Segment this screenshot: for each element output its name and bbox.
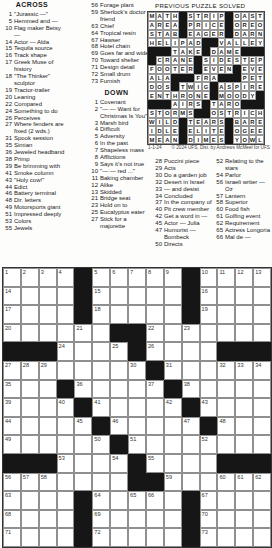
clue-text: Greek Muse of history — [14, 59, 68, 73]
cell-number: 7 — [130, 269, 133, 276]
cell-r10c9[interactable] — [146, 435, 164, 454]
solution-letter: C — [250, 110, 254, 116]
clue-text: Design detail — [100, 64, 151, 71]
cell-r10c2[interactable] — [21, 435, 39, 454]
cell-r7c9[interactable]: 37 — [146, 380, 164, 399]
solved-cell-r7c10: E — [218, 65, 226, 74]
cell-r8c2[interactable] — [21, 398, 39, 417]
cell-r7c14[interactable] — [235, 380, 253, 399]
cell-r15c15[interactable] — [253, 528, 271, 547]
solved-cell-r7c2: O — [156, 65, 164, 74]
cell-r14c15[interactable] — [253, 510, 271, 529]
solution-letter: M — [227, 49, 232, 55]
cell-r15c2[interactable] — [21, 528, 39, 547]
cell-r13c14[interactable] — [235, 491, 253, 510]
solved-cell-r5c2-black — [156, 47, 164, 56]
solved-cell-r11c8-black — [202, 100, 210, 109]
cell-r4c4[interactable] — [57, 324, 75, 343]
solution-letter: E — [250, 75, 254, 81]
cell-r2c14[interactable] — [235, 287, 253, 306]
clue-text: Small drum — [100, 71, 151, 78]
cell-r9c8[interactable] — [128, 417, 146, 436]
clue-text: Acts — [164, 165, 212, 172]
solved-cell-r6c1-black — [148, 56, 156, 65]
cell-r6c4[interactable] — [57, 361, 75, 380]
clue-across-16: 16Track shape — [2, 52, 68, 59]
cell-r7c3[interactable] — [39, 380, 57, 399]
cell-r14c8[interactable] — [128, 510, 146, 529]
across-clue-list-1: 1"Jurassic —"5Hemmed and —10Flag maker B… — [2, 11, 68, 232]
solution-letter: H — [150, 40, 154, 46]
cell-r15c1[interactable]: 71 — [3, 528, 21, 547]
cell-number: 52 — [202, 436, 208, 443]
cell-r2c12[interactable]: 16 — [200, 287, 218, 306]
cell-r2c6[interactable]: 15 — [92, 287, 110, 306]
cell-r3c2[interactable] — [21, 305, 39, 324]
cell-r8c7[interactable] — [110, 398, 128, 417]
cell-r6c14[interactable]: 33 — [235, 361, 253, 380]
solved-cell-r4c3: L — [163, 38, 171, 47]
cell-r14c10[interactable] — [164, 510, 182, 529]
cell-r7c4-black — [57, 380, 75, 399]
solution-letter: S — [189, 110, 193, 116]
solved-cell-r4c9-black — [210, 38, 218, 47]
cell-r8c12[interactable]: 43 — [200, 398, 218, 417]
clue-number: 14 — [2, 39, 14, 46]
cell-r9c3[interactable] — [39, 417, 57, 436]
cell-r12c5[interactable] — [74, 473, 92, 492]
cell-r9c9[interactable] — [146, 417, 164, 436]
cell-r11c12[interactable] — [200, 454, 218, 473]
cell-r6c13[interactable]: 32 — [217, 361, 235, 380]
cell-r9c14[interactable] — [235, 417, 253, 436]
cell-r3c9[interactable] — [146, 305, 164, 324]
cell-r11c4[interactable]: 53 — [57, 454, 75, 473]
cell-r10c14[interactable] — [235, 435, 253, 454]
clue-down-28: 28Puccini piece — [152, 158, 212, 165]
cell-r4c6[interactable] — [92, 324, 110, 343]
cell-r9c10[interactable] — [164, 417, 182, 436]
cell-r1c6[interactable]: 5 — [92, 268, 110, 287]
cell-r10c11[interactable] — [182, 435, 200, 454]
cell-r2c7[interactable] — [110, 287, 128, 306]
cell-r10c12[interactable]: 52 — [200, 435, 218, 454]
cell-r10c5[interactable] — [74, 435, 92, 454]
cell-r4c15[interactable] — [253, 324, 271, 343]
cell-r12c7[interactable] — [110, 473, 128, 492]
cell-r8c10[interactable]: 42 — [164, 398, 182, 417]
cell-r10c1[interactable]: 49 — [3, 435, 21, 454]
cell-r10c10[interactable] — [164, 435, 182, 454]
solution-letter: P — [220, 13, 224, 19]
cell-r15c12[interactable]: 73 — [200, 528, 218, 547]
solution-letter: A — [165, 137, 169, 143]
cell-r12c2[interactable]: 57 — [21, 473, 39, 492]
cell-r2c11-black — [182, 287, 200, 306]
cell-r7c13[interactable] — [217, 380, 235, 399]
cell-r1c5-black — [74, 268, 92, 287]
clue-number: 8 — [88, 154, 100, 161]
cell-r6c12[interactable] — [200, 361, 218, 380]
cell-r2c3[interactable] — [39, 287, 57, 306]
cell-r6c8[interactable]: 30 — [128, 361, 146, 380]
cell-r2c10[interactable] — [164, 287, 182, 306]
solved-cell-r12c13: I — [241, 109, 249, 118]
solved-cell-r3c11-black — [225, 30, 233, 39]
solution-letter: A — [196, 31, 200, 37]
cell-r14c13[interactable] — [217, 510, 235, 529]
cell-r3c15[interactable] — [253, 305, 271, 324]
clue-across-55: 55Jewels — [2, 225, 68, 232]
cell-r10c6[interactable]: 50 — [92, 435, 110, 454]
solution-letter: R — [188, 101, 192, 107]
cell-r11c10[interactable] — [164, 454, 182, 473]
solution-letter: A — [219, 84, 223, 90]
solved-cell-r6c4: A — [171, 56, 179, 65]
cell-r14c6[interactable]: 69 — [92, 510, 110, 529]
cell-r12c15[interactable]: 62 — [253, 473, 271, 492]
previous-puzzle-date: 1-1-24 — [148, 145, 162, 150]
solution-letter: R — [173, 110, 177, 116]
solved-cell-r5c8-black — [202, 47, 210, 56]
clue-text: Bridge seat — [100, 195, 151, 202]
clue-number: 53 — [2, 218, 14, 225]
cell-r12c1[interactable]: 56 — [3, 473, 21, 492]
cell-r2c8[interactable] — [128, 287, 146, 306]
solved-cell-r6c8: S — [202, 56, 210, 65]
cell-r3c3[interactable] — [39, 305, 57, 324]
cell-r8c15[interactable] — [253, 398, 271, 417]
cell-r1c4[interactable]: 4 — [57, 268, 75, 287]
solved-cell-r2c8: I — [202, 21, 210, 30]
cell-r7c1[interactable]: 35 — [3, 380, 21, 399]
cell-r13c12[interactable]: 67 — [200, 491, 218, 510]
cell-r14c2[interactable] — [21, 510, 39, 529]
solution-letter: E — [243, 66, 247, 72]
solved-cell-r9c2: O — [156, 82, 164, 91]
cell-r8c14[interactable] — [235, 398, 253, 417]
solved-cell-r10c14: Y — [249, 91, 257, 100]
cell-r8c1[interactable]: 39 — [3, 398, 21, 417]
cell-r6c7[interactable] — [110, 361, 128, 380]
cell-r13c13[interactable] — [217, 491, 235, 510]
cell-r3c1[interactable]: 17 — [3, 305, 21, 324]
cell-r6c6[interactable] — [92, 361, 110, 380]
cell-r15c3[interactable] — [39, 528, 57, 547]
cell-r1c8[interactable]: 7 — [128, 268, 146, 287]
cell-r15c13[interactable] — [217, 528, 235, 547]
cell-r8c4[interactable]: 40 — [57, 398, 75, 417]
cell-r2c9[interactable] — [146, 287, 164, 306]
solution-letter: V — [250, 66, 254, 72]
cell-r3c7[interactable] — [110, 305, 128, 324]
cell-r3c6[interactable]: 18 — [92, 305, 110, 324]
cell-r11c11[interactable] — [182, 454, 200, 473]
cell-r8c3[interactable] — [39, 398, 57, 417]
cell-r6c10[interactable]: 31 — [164, 361, 182, 380]
cell-r1c2[interactable]: 2 — [21, 268, 39, 287]
cell-r14c1[interactable]: 68 — [3, 510, 21, 529]
cell-r13c1[interactable]: 63 — [3, 491, 21, 510]
cell-r7c15[interactable] — [253, 380, 271, 399]
clue-across-64: 64Tropical resin — [88, 30, 151, 37]
solved-cell-r9c9-black — [210, 82, 218, 91]
solution-letter: E — [258, 119, 262, 125]
cell-r12c12[interactable] — [200, 473, 218, 492]
cell-r4c14[interactable] — [235, 324, 253, 343]
solution-letter: G — [204, 84, 209, 90]
solution-letter: L — [235, 40, 239, 46]
clue-text: Mal de — — [225, 234, 271, 241]
cell-r3c13[interactable] — [217, 305, 235, 324]
cell-r5c9[interactable]: 26 — [146, 342, 164, 361]
solved-cell-r11c13-black — [241, 100, 249, 109]
cell-r14c7[interactable] — [110, 510, 128, 529]
cell-number: 45 — [76, 418, 82, 425]
solved-cell-r14c3: L — [163, 126, 171, 135]
solved-cell-r5c10: A — [218, 47, 226, 56]
cell-r5c10[interactable] — [164, 342, 182, 361]
cell-r5c12[interactable] — [200, 342, 218, 361]
cell-r2c13[interactable] — [217, 287, 235, 306]
cell-r13c4[interactable] — [57, 491, 75, 510]
solution-letter: V — [220, 40, 224, 46]
clue-text: "— — Want for Christmas Is You" — [100, 106, 151, 120]
solved-cell-r8c2: L — [156, 74, 164, 83]
clue-number: 46 — [2, 190, 14, 197]
clue-text: Adversity — [100, 133, 151, 140]
cell-r9c7[interactable]: 46 — [110, 417, 128, 436]
cell-r1c1[interactable]: 1 — [3, 268, 21, 287]
cell-number: 66 — [148, 492, 154, 499]
cell-r15c10[interactable] — [164, 528, 182, 547]
cell-r6c3[interactable]: 29 — [39, 361, 57, 380]
cell-r12c6[interactable] — [92, 473, 110, 492]
solution-letter: E — [250, 40, 254, 46]
cell-r8c6[interactable]: 41 — [92, 398, 110, 417]
cell-r7c5[interactable]: 36 — [74, 380, 92, 399]
solution-letter: W — [188, 84, 193, 90]
cell-r12c3[interactable]: 58 — [39, 473, 57, 492]
solved-cell-r4c8-black — [202, 38, 210, 47]
cell-r6c1[interactable]: 27 — [3, 361, 21, 380]
cell-r5c7[interactable]: 25 — [110, 342, 128, 361]
cell-r1c10[interactable]: 9 — [164, 268, 182, 287]
cell-r7c8[interactable] — [128, 380, 146, 399]
cell-r4c1[interactable]: 20 — [3, 324, 21, 343]
cell-r13c10[interactable] — [164, 491, 182, 510]
solved-cell-r12c10: S — [218, 109, 226, 118]
cell-r11c5[interactable] — [74, 454, 92, 473]
cell-r4c3[interactable] — [39, 324, 57, 343]
solution-letter: A — [243, 13, 247, 19]
cell-r7c11[interactable]: 38 — [182, 380, 200, 399]
cell-r4c13[interactable] — [217, 324, 235, 343]
solution-letter: M — [180, 110, 185, 116]
clue-down-4: 4Difficult — [88, 126, 151, 133]
clue-down-62: 62Requirement — [213, 220, 271, 227]
cell-r2c1[interactable]: 14 — [3, 287, 21, 306]
cell-r6c15[interactable]: 34 — [253, 361, 271, 380]
solved-cell-r4c4: I — [171, 38, 179, 47]
solved-cell-r13c15: E — [256, 118, 264, 127]
solution-letter: T — [189, 119, 193, 125]
cell-r12c4[interactable] — [57, 473, 75, 492]
solved-cell-r12c15: H — [256, 109, 264, 118]
cell-r1c14[interactable]: 12 — [235, 268, 253, 287]
cell-r15c9[interactable] — [146, 528, 164, 547]
clue-number: 3 — [88, 120, 100, 127]
cell-r10c8[interactable]: 51 — [128, 435, 146, 454]
cell-r11c7[interactable]: 54 — [110, 454, 128, 473]
cell-r8c13[interactable] — [217, 398, 235, 417]
cell-r12c14[interactable]: 61 — [235, 473, 253, 492]
cell-r4c2[interactable] — [21, 324, 39, 343]
cell-r3c12[interactable]: 19 — [200, 305, 218, 324]
clue-text: Track shape — [14, 52, 68, 59]
cell-r7c6[interactable] — [92, 380, 110, 399]
solution-letter: I — [213, 13, 215, 19]
cell-r9c2[interactable] — [21, 417, 39, 436]
solution-letter: L — [158, 75, 162, 81]
cell-r12c10[interactable]: 59 — [164, 473, 182, 492]
solved-cell-r8c9: A — [210, 74, 218, 83]
cell-r10c15[interactable] — [253, 435, 271, 454]
clue-number: 13 — [88, 189, 100, 196]
cell-r14c14[interactable] — [235, 510, 253, 529]
cell-r3c14[interactable] — [235, 305, 253, 324]
cell-r8c8[interactable] — [128, 398, 146, 417]
cell-r11c9[interactable]: 55 — [146, 454, 164, 473]
solution-letter: A — [165, 31, 169, 37]
cell-r14c12[interactable]: 70 — [200, 510, 218, 529]
clue-across-46: 46Battery terminal — [2, 190, 68, 197]
cell-r13c9[interactable]: 66 — [146, 491, 164, 510]
cell-r15c8[interactable] — [128, 528, 146, 547]
cell-r4c11[interactable]: 23 — [182, 324, 200, 343]
cell-r15c14[interactable] — [235, 528, 253, 547]
cell-r3c4[interactable] — [57, 305, 75, 324]
cell-r13c8[interactable]: 65 — [128, 491, 146, 510]
cell-r14c4[interactable] — [57, 510, 75, 529]
cell-r2c15[interactable] — [253, 287, 271, 306]
cell-r5c4[interactable]: 24 — [57, 342, 75, 361]
solution-letter: S — [220, 137, 224, 143]
solved-cell-r10c13: D — [241, 91, 249, 100]
solved-cell-r8c6-black — [187, 74, 195, 83]
cell-r11c6[interactable] — [92, 454, 110, 473]
previous-puzzle-caption: 1-1-24 © 2024 UFS, Dist. by Andrews McMe… — [148, 145, 270, 150]
cell-number: 46 — [112, 418, 118, 425]
cell-r1c9[interactable]: 8 — [146, 268, 164, 287]
cell-r9c5[interactable]: 45 — [74, 417, 92, 436]
cell-r1c13[interactable]: 11 — [217, 268, 235, 287]
clue-text: Dir. letters — [14, 197, 68, 204]
cell-r2c2[interactable] — [21, 287, 39, 306]
clue-number: 50 — [152, 241, 164, 248]
across-clues-column: ACROSS 1"Jurassic —"5Hemmed and —10Flag … — [2, 2, 68, 232]
cell-r5c5[interactable] — [74, 342, 92, 361]
cell-r3c8[interactable] — [128, 305, 146, 324]
cell-r14c9[interactable] — [146, 510, 164, 529]
solved-cell-r15c6: D — [187, 135, 195, 144]
solved-cell-r3c12: D — [233, 30, 241, 39]
clue-number: 36 — [2, 149, 14, 156]
solution-letter: T — [227, 110, 231, 116]
cell-r5c11[interactable] — [182, 342, 200, 361]
cell-r9c1[interactable]: 44 — [3, 417, 21, 436]
cell-r4c10[interactable] — [164, 324, 182, 343]
cell-r12c11[interactable] — [182, 473, 200, 492]
previous-puzzle-copyright: © 2024 UFS, Dist. by Andrews McMeel for … — [171, 145, 270, 150]
cell-r5c6[interactable] — [92, 342, 110, 361]
cell-r7c2[interactable] — [21, 380, 39, 399]
cell-r13c3[interactable] — [39, 491, 57, 510]
clue-text: Desert in Israel — [164, 179, 212, 186]
cell-r9c15[interactable] — [253, 417, 271, 436]
cell-r9c11[interactable]: 47 — [182, 417, 200, 436]
cell-r1c7[interactable]: 6 — [110, 268, 128, 287]
cell-r12c13[interactable]: 60 — [217, 473, 235, 492]
solved-cell-r11c4: A — [171, 100, 179, 109]
clue-across-70: 70Toward shelter — [88, 57, 151, 64]
cell-r4c5[interactable]: 21 — [74, 324, 92, 343]
cell-r2c4[interactable] — [57, 287, 75, 306]
cell-r6c2[interactable]: 28 — [21, 361, 39, 380]
clue-down-57: 57Lantern — [213, 193, 271, 200]
solved-cell-r3c15: N — [256, 30, 264, 39]
solved-cell-r10c12: O — [233, 91, 241, 100]
solved-cell-r11c10: A — [218, 100, 226, 109]
solved-cell-r11c11: R — [225, 100, 233, 109]
cell-r7c12[interactable] — [200, 380, 218, 399]
clue-number: 44 — [2, 184, 14, 191]
cell-r9c4[interactable] — [57, 417, 75, 436]
cell-r7c7[interactable] — [110, 380, 128, 399]
clue-text: — and desist — [164, 186, 212, 193]
cell-r6c11[interactable] — [182, 361, 200, 380]
cell-r13c15[interactable] — [253, 491, 271, 510]
cell-r3c10[interactable] — [164, 305, 182, 324]
cell-r15c6[interactable]: 72 — [92, 528, 110, 547]
solution-letter: P — [189, 22, 193, 28]
solved-cell-r5c5: A — [179, 47, 187, 56]
cell-r14c3[interactable] — [39, 510, 57, 529]
cell-r13c6[interactable]: 64 — [92, 491, 110, 510]
solved-cell-r7c6: R — [187, 65, 195, 74]
cell-r1c12[interactable]: 10 — [200, 268, 218, 287]
cell-r14c11-black — [182, 510, 200, 529]
cell-r8c9[interactable] — [146, 398, 164, 417]
cell-r1c15[interactable]: 13 — [253, 268, 271, 287]
cell-r9c13[interactable]: 48 — [217, 417, 235, 436]
clue-number: 19 — [2, 87, 14, 94]
cell-r1c3[interactable]: 3 — [39, 268, 57, 287]
cell-r10c4[interactable] — [57, 435, 75, 454]
cell-r10c13[interactable] — [217, 435, 235, 454]
cell-r11c3-black — [39, 454, 57, 473]
cell-r11c14-black — [235, 454, 253, 473]
cell-r4c12[interactable] — [200, 324, 218, 343]
cell-r13c7[interactable] — [110, 491, 128, 510]
cell-r15c7[interactable] — [110, 528, 128, 547]
cell-r10c3[interactable] — [39, 435, 57, 454]
cell-r15c4[interactable] — [57, 528, 75, 547]
cell-r6c5[interactable] — [74, 361, 92, 380]
solved-cell-r12c6: S — [187, 109, 195, 118]
cell-r13c2[interactable] — [21, 491, 39, 510]
cell-r4c9[interactable]: 22 — [146, 324, 164, 343]
